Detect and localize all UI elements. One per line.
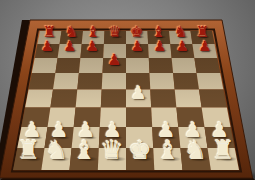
piece-ivory-pawn-e4[interactable]: ♟ — [130, 83, 146, 101]
piece-red-pawn-a7[interactable]: ♟ — [41, 39, 54, 53]
piece-red-pawn-b7[interactable]: ♟ — [63, 39, 76, 53]
piece-ivory-bishop-c1[interactable]: ♝ — [73, 137, 96, 163]
piece-ivory-knight-g1[interactable]: ♞ — [184, 137, 207, 163]
chess-app: ♜♞♝♛♚♝♞♜♟♟♟♟♟♟♟♟♟♟♟♟♟♟♟♟♜♞♝♛♚♝♞♜ — [0, 0, 255, 180]
piece-ivory-queen-d1[interactable]: ♛ — [100, 137, 123, 163]
piece-red-pawn-h7[interactable]: ♟ — [198, 39, 211, 53]
piece-red-queen-d8[interactable]: ♛ — [108, 25, 121, 40]
piece-ivory-king-e1[interactable]: ♚ — [128, 137, 151, 163]
piece-ivory-bishop-f1[interactable]: ♝ — [156, 137, 179, 163]
piece-ivory-rook-a1[interactable]: ♜ — [17, 137, 40, 163]
piece-red-pawn-e7[interactable]: ♟ — [131, 39, 144, 53]
piece-red-pawn-f7[interactable]: ♟ — [153, 39, 166, 53]
piece-red-pawn-c7[interactable]: ♟ — [86, 39, 99, 53]
piece-ivory-knight-b1[interactable]: ♞ — [45, 137, 68, 163]
piece-red-pawn-d6[interactable]: ♟ — [107, 53, 121, 68]
piece-red-pawn-g7[interactable]: ♟ — [176, 39, 189, 53]
piece-ivory-rook-h1[interactable]: ♜ — [211, 137, 234, 163]
